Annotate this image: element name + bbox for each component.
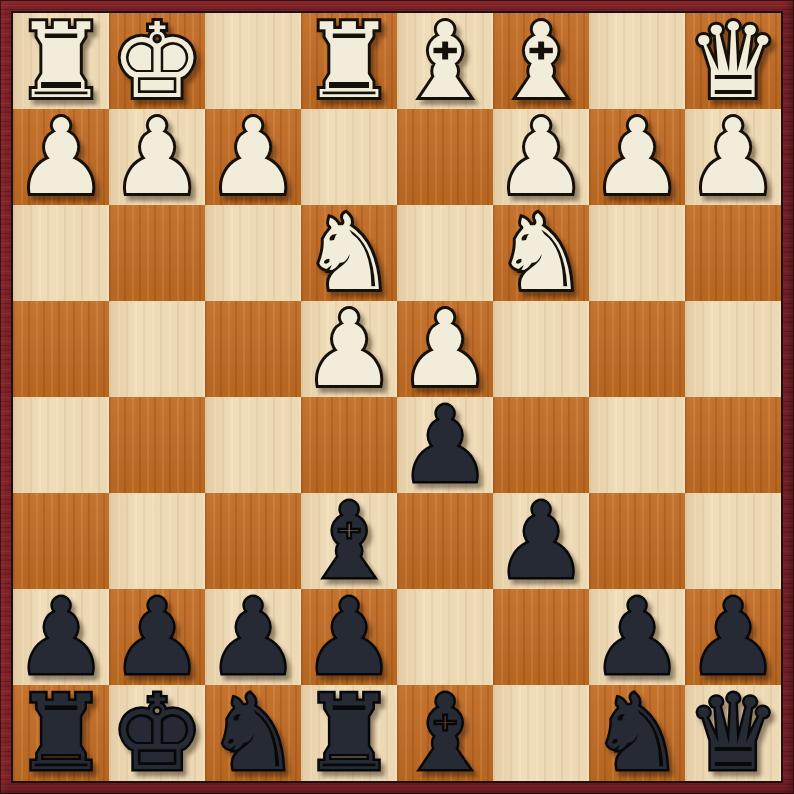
square-g5[interactable] [109, 397, 205, 493]
chess-board: ♜♜♚♚♜♜♝♝♝♝♛♛♟♟♟♟♟♟♟♟♟♟♟♟♞♞♞♞♟♟♟♟♟♟♝♝♟♟♟♟… [11, 11, 783, 783]
piece-white-pawn[interactable]: ♟♟ [301, 301, 397, 397]
piece-white-knight[interactable]: ♞♞ [301, 205, 397, 301]
square-h7[interactable]: ♟♟ [13, 589, 109, 685]
piece-white-pawn[interactable]: ♟♟ [493, 109, 589, 205]
piece-black-knight[interactable]: ♞♞ [205, 685, 301, 781]
white-king-glyph: ♚ [110, 13, 203, 109]
black-rook-glyph: ♜ [302, 685, 395, 781]
white-pawn-glyph: ♟ [494, 109, 587, 205]
piece-white-pawn[interactable]: ♟♟ [589, 109, 685, 205]
black-knight-glyph: ♞ [206, 685, 299, 781]
piece-white-pawn[interactable]: ♟♟ [13, 109, 109, 205]
square-d2[interactable] [397, 109, 493, 205]
black-bishop-glyph: ♝ [398, 685, 491, 781]
square-g7[interactable]: ♟♟ [109, 589, 205, 685]
piece-black-rook[interactable]: ♜♜ [13, 685, 109, 781]
square-f7[interactable]: ♟♟ [205, 589, 301, 685]
white-pawn-glyph: ♟ [14, 109, 107, 205]
square-f1[interactable] [205, 13, 301, 109]
square-e4[interactable]: ♟♟ [301, 301, 397, 397]
square-h2[interactable]: ♟♟ [13, 109, 109, 205]
piece-white-rook[interactable]: ♜♜ [301, 13, 397, 109]
square-g4[interactable] [109, 301, 205, 397]
piece-white-king[interactable]: ♚♚ [109, 13, 205, 109]
square-e1[interactable]: ♜♜ [301, 13, 397, 109]
square-h3[interactable] [13, 205, 109, 301]
black-pawn-glyph: ♟ [110, 589, 203, 685]
black-knight-glyph: ♞ [590, 685, 683, 781]
square-a6[interactable] [685, 493, 781, 589]
square-a7[interactable]: ♟♟ [685, 589, 781, 685]
black-queen-glyph: ♛ [686, 685, 779, 781]
square-c6[interactable]: ♟♟ [493, 493, 589, 589]
piece-black-pawn[interactable]: ♟♟ [301, 589, 397, 685]
square-b4[interactable] [589, 301, 685, 397]
piece-black-pawn[interactable]: ♟♟ [685, 589, 781, 685]
piece-white-pawn[interactable]: ♟♟ [109, 109, 205, 205]
piece-black-bishop[interactable]: ♝♝ [301, 493, 397, 589]
square-c8[interactable] [493, 685, 589, 781]
square-h1[interactable]: ♜♜ [13, 13, 109, 109]
square-e2[interactable] [301, 109, 397, 205]
black-bishop-glyph: ♝ [302, 493, 395, 589]
black-pawn-glyph: ♟ [302, 589, 395, 685]
white-rook-glyph: ♜ [14, 13, 107, 109]
square-d6[interactable] [397, 493, 493, 589]
white-knight-glyph: ♞ [302, 205, 395, 301]
square-a8[interactable]: ♛♛ [685, 685, 781, 781]
square-f6[interactable] [205, 493, 301, 589]
white-queen-glyph: ♛ [686, 13, 779, 109]
square-f4[interactable] [205, 301, 301, 397]
square-h6[interactable] [13, 493, 109, 589]
square-c2[interactable]: ♟♟ [493, 109, 589, 205]
square-b3[interactable] [589, 205, 685, 301]
black-pawn-glyph: ♟ [494, 493, 587, 589]
square-f8[interactable]: ♞♞ [205, 685, 301, 781]
square-f5[interactable] [205, 397, 301, 493]
square-d1[interactable]: ♝♝ [397, 13, 493, 109]
square-b1[interactable] [589, 13, 685, 109]
black-rook-glyph: ♜ [14, 685, 107, 781]
square-b8[interactable]: ♞♞ [589, 685, 685, 781]
square-a5[interactable] [685, 397, 781, 493]
piece-black-pawn[interactable]: ♟♟ [205, 589, 301, 685]
square-b6[interactable] [589, 493, 685, 589]
piece-black-pawn[interactable]: ♟♟ [13, 589, 109, 685]
black-pawn-glyph: ♟ [590, 589, 683, 685]
piece-white-pawn[interactable]: ♟♟ [205, 109, 301, 205]
square-g3[interactable] [109, 205, 205, 301]
square-c7[interactable] [493, 589, 589, 685]
square-d5[interactable]: ♟♟ [397, 397, 493, 493]
piece-black-knight[interactable]: ♞♞ [589, 685, 685, 781]
white-pawn-glyph: ♟ [686, 109, 779, 205]
white-pawn-glyph: ♟ [110, 109, 203, 205]
square-g2[interactable]: ♟♟ [109, 109, 205, 205]
piece-white-pawn[interactable]: ♟♟ [397, 301, 493, 397]
piece-black-bishop[interactable]: ♝♝ [397, 685, 493, 781]
square-a2[interactable]: ♟♟ [685, 109, 781, 205]
square-c3[interactable]: ♞♞ [493, 205, 589, 301]
square-g8[interactable]: ♚♚ [109, 685, 205, 781]
square-e5[interactable] [301, 397, 397, 493]
piece-white-bishop[interactable]: ♝♝ [397, 13, 493, 109]
piece-white-pawn[interactable]: ♟♟ [685, 109, 781, 205]
square-e3[interactable]: ♞♞ [301, 205, 397, 301]
square-e7[interactable]: ♟♟ [301, 589, 397, 685]
piece-white-knight[interactable]: ♞♞ [493, 205, 589, 301]
square-g6[interactable] [109, 493, 205, 589]
piece-white-bishop[interactable]: ♝♝ [493, 13, 589, 109]
white-pawn-glyph: ♟ [302, 301, 395, 397]
square-d8[interactable]: ♝♝ [397, 685, 493, 781]
black-pawn-glyph: ♟ [206, 589, 299, 685]
black-pawn-glyph: ♟ [686, 589, 779, 685]
white-rook-glyph: ♜ [302, 13, 395, 109]
square-c1[interactable]: ♝♝ [493, 13, 589, 109]
square-g1[interactable]: ♚♚ [109, 13, 205, 109]
square-d7[interactable] [397, 589, 493, 685]
board-frame: ♜♜♚♚♜♜♝♝♝♝♛♛♟♟♟♟♟♟♟♟♟♟♟♟♞♞♞♞♟♟♟♟♟♟♝♝♟♟♟♟… [0, 0, 794, 794]
square-a3[interactable] [685, 205, 781, 301]
square-c5[interactable] [493, 397, 589, 493]
piece-black-pawn[interactable]: ♟♟ [589, 589, 685, 685]
white-pawn-glyph: ♟ [398, 301, 491, 397]
square-f3[interactable] [205, 205, 301, 301]
square-h8[interactable]: ♜♜ [13, 685, 109, 781]
square-c4[interactable] [493, 301, 589, 397]
white-bishop-glyph: ♝ [398, 13, 491, 109]
white-bishop-glyph: ♝ [494, 13, 587, 109]
piece-black-queen[interactable]: ♛♛ [685, 685, 781, 781]
square-h4[interactable] [13, 301, 109, 397]
square-a4[interactable] [685, 301, 781, 397]
piece-black-pawn[interactable]: ♟♟ [493, 493, 589, 589]
square-e8[interactable]: ♜♜ [301, 685, 397, 781]
piece-black-rook[interactable]: ♜♜ [301, 685, 397, 781]
square-d4[interactable]: ♟♟ [397, 301, 493, 397]
square-h5[interactable] [13, 397, 109, 493]
square-d3[interactable] [397, 205, 493, 301]
square-f2[interactable]: ♟♟ [205, 109, 301, 205]
white-pawn-glyph: ♟ [206, 109, 299, 205]
square-b5[interactable] [589, 397, 685, 493]
piece-white-rook[interactable]: ♜♜ [13, 13, 109, 109]
square-b2[interactable]: ♟♟ [589, 109, 685, 205]
white-knight-glyph: ♞ [494, 205, 587, 301]
square-a1[interactable]: ♛♛ [685, 13, 781, 109]
black-pawn-glyph: ♟ [14, 589, 107, 685]
black-king-glyph: ♚ [110, 685, 203, 781]
square-e6[interactable]: ♝♝ [301, 493, 397, 589]
piece-black-pawn[interactable]: ♟♟ [397, 397, 493, 493]
white-pawn-glyph: ♟ [590, 109, 683, 205]
piece-white-queen[interactable]: ♛♛ [685, 13, 781, 109]
piece-black-king[interactable]: ♚♚ [109, 685, 205, 781]
piece-black-pawn[interactable]: ♟♟ [109, 589, 205, 685]
black-pawn-glyph: ♟ [398, 397, 491, 493]
square-b7[interactable]: ♟♟ [589, 589, 685, 685]
